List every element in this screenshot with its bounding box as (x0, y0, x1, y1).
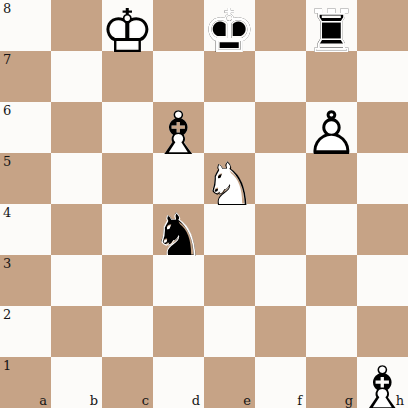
square-a1[interactable]: 1a (0, 357, 51, 408)
square-f5[interactable] (255, 153, 306, 204)
square-e1[interactable]: e (204, 357, 255, 408)
square-e5[interactable]: ♞♘ (204, 153, 255, 204)
piece-white-king[interactable]: ♚♔ (102, 0, 153, 51)
square-f7[interactable] (255, 51, 306, 102)
piece-black-rook[interactable]: ♜♖ (306, 0, 357, 51)
square-g4[interactable] (306, 204, 357, 255)
chessboard: 8♚♔♚♔♜♖76♝♗♟♙5♞♘4♞♘321abcdefgh♝♗ (0, 0, 408, 408)
square-d2[interactable] (153, 306, 204, 357)
square-h1[interactable]: h♝♗ (357, 357, 408, 408)
square-h3[interactable] (357, 255, 408, 306)
file-label-d: d (192, 394, 200, 407)
square-c2[interactable] (102, 306, 153, 357)
square-f8[interactable] (255, 0, 306, 51)
square-d1[interactable]: d (153, 357, 204, 408)
square-h5[interactable] (357, 153, 408, 204)
square-b2[interactable] (51, 306, 102, 357)
rank-label-1: 1 (3, 359, 11, 372)
piece-white-knight[interactable]: ♞♘ (204, 153, 255, 204)
square-b8[interactable] (51, 0, 102, 51)
square-c5[interactable] (102, 153, 153, 204)
square-c4[interactable] (102, 204, 153, 255)
square-f1[interactable]: f (255, 357, 306, 408)
square-d8[interactable] (153, 0, 204, 51)
square-f4[interactable] (255, 204, 306, 255)
square-e6[interactable] (204, 102, 255, 153)
piece-white-bishop[interactable]: ♝♗ (357, 357, 408, 408)
square-f2[interactable] (255, 306, 306, 357)
square-g6[interactable]: ♟♙ (306, 102, 357, 153)
square-e7[interactable] (204, 51, 255, 102)
rank-label-7: 7 (3, 53, 11, 66)
square-h7[interactable] (357, 51, 408, 102)
square-a7[interactable]: 7 (0, 51, 51, 102)
file-label-b: b (90, 394, 98, 407)
square-b1[interactable]: b (51, 357, 102, 408)
square-e3[interactable] (204, 255, 255, 306)
square-a6[interactable]: 6 (0, 102, 51, 153)
square-b7[interactable] (51, 51, 102, 102)
square-e2[interactable] (204, 306, 255, 357)
rank-label-4: 4 (3, 206, 11, 219)
square-c8[interactable]: ♚♔ (102, 0, 153, 51)
piece-black-king[interactable]: ♚♔ (204, 0, 255, 51)
square-b3[interactable] (51, 255, 102, 306)
square-d4[interactable]: ♞♘ (153, 204, 204, 255)
square-g3[interactable] (306, 255, 357, 306)
square-d3[interactable] (153, 255, 204, 306)
square-b4[interactable] (51, 204, 102, 255)
rank-label-8: 8 (3, 2, 11, 15)
square-g7[interactable] (306, 51, 357, 102)
white-bishop-outline-icon: ♗ (356, 357, 408, 408)
square-b5[interactable] (51, 153, 102, 204)
rank-label-3: 3 (3, 257, 11, 270)
square-a3[interactable]: 3 (0, 255, 51, 306)
rank-label-2: 2 (3, 308, 11, 321)
square-h2[interactable] (357, 306, 408, 357)
square-a4[interactable]: 4 (0, 204, 51, 255)
square-c1[interactable]: c (102, 357, 153, 408)
file-label-e: e (243, 394, 251, 407)
square-d6[interactable]: ♝♗ (153, 102, 204, 153)
white-bishop-icon: ♝ (356, 357, 408, 408)
square-e8[interactable]: ♚♔ (204, 0, 255, 51)
square-d5[interactable] (153, 153, 204, 204)
piece-white-bishop[interactable]: ♝♗ (153, 102, 204, 153)
square-a5[interactable]: 5 (0, 153, 51, 204)
square-h4[interactable] (357, 204, 408, 255)
file-label-g: g (345, 394, 353, 407)
square-f3[interactable] (255, 255, 306, 306)
square-b6[interactable] (51, 102, 102, 153)
square-c7[interactable] (102, 51, 153, 102)
square-g5[interactable] (306, 153, 357, 204)
file-label-a: a (39, 394, 47, 407)
file-label-f: f (297, 394, 302, 407)
square-g1[interactable]: g (306, 357, 357, 408)
rank-label-6: 6 (3, 104, 11, 117)
square-g2[interactable] (306, 306, 357, 357)
square-h8[interactable] (357, 0, 408, 51)
square-f6[interactable] (255, 102, 306, 153)
square-h6[interactable] (357, 102, 408, 153)
square-a2[interactable]: 2 (0, 306, 51, 357)
file-label-c: c (142, 394, 149, 407)
square-g8[interactable]: ♜♖ (306, 0, 357, 51)
square-a8[interactable]: 8 (0, 0, 51, 51)
square-c6[interactable] (102, 102, 153, 153)
piece-white-pawn[interactable]: ♟♙ (306, 102, 357, 153)
square-d7[interactable] (153, 51, 204, 102)
square-e4[interactable] (204, 204, 255, 255)
piece-black-knight[interactable]: ♞♘ (153, 204, 204, 255)
rank-label-5: 5 (3, 155, 11, 168)
square-c3[interactable] (102, 255, 153, 306)
